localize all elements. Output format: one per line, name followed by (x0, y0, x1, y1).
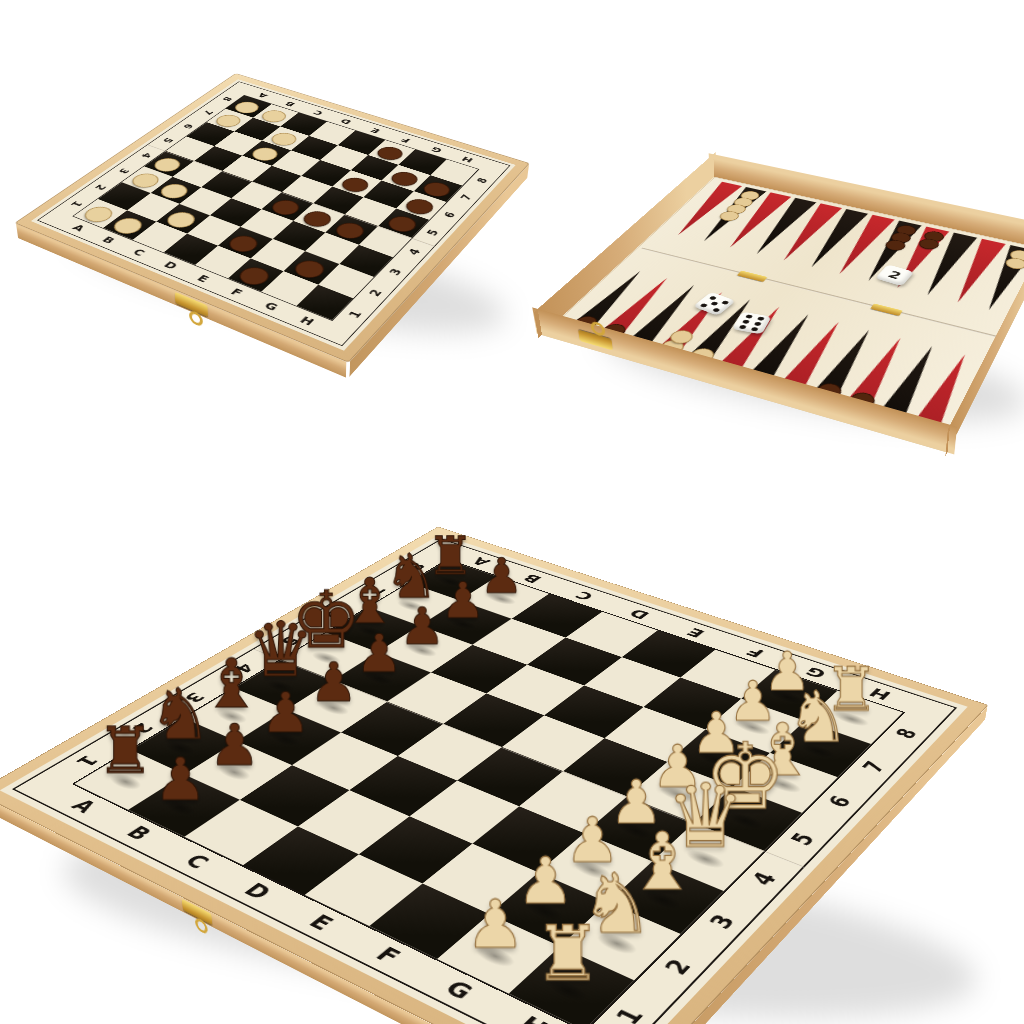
product-photo-stage: ●●●●●●●●●●●●●●●●●●●●●●●●2 ●●●●●●●●●●●●●●… (0, 0, 1024, 1024)
square-f6: ● (332, 170, 381, 197)
backgammon-board: ●●●●●●●●●●●●●●●●●●●●●●●●2 (542, 177, 1024, 453)
coord-label: 8 (865, 714, 949, 754)
chess-piece-black-pawn: ♟ (399, 602, 445, 651)
chess-piece-black-pawn: ♟ (440, 577, 485, 624)
coord-label: 6 (168, 117, 207, 135)
coord-label: 2 (79, 177, 122, 198)
chess-piece-black-pawn: ♟ (355, 629, 402, 679)
chess-piece-black-pawn: ♟ (261, 686, 311, 739)
chess-piece-black-pawn: ♟ (209, 718, 260, 772)
brass-latch (578, 330, 613, 351)
chess-piece-black-pawn: ♟ (154, 751, 207, 807)
square-f5 (313, 186, 364, 214)
square-c3 (179, 187, 231, 215)
backgammon-point-top-6 (799, 209, 869, 270)
brass-latch (175, 292, 208, 317)
coord-label: 3 (103, 161, 145, 181)
chess-piece-black-rook: ♜ (97, 721, 154, 782)
chess-piece-black-pawn: ♟ (309, 657, 357, 708)
die-pip (739, 325, 747, 330)
square-d5 (252, 165, 302, 192)
square-d6 (272, 150, 320, 175)
chess-piece-black-knight: ♞ (149, 681, 212, 748)
coord-label: 8 (460, 170, 503, 191)
chess-piece-white-rook: ♜ (534, 919, 602, 991)
coord-label: 7 (188, 104, 227, 121)
checkers-man-dark: ● (332, 170, 381, 197)
chess-piece-white-pawn: ♟ (465, 893, 525, 956)
die-pip (751, 327, 759, 332)
